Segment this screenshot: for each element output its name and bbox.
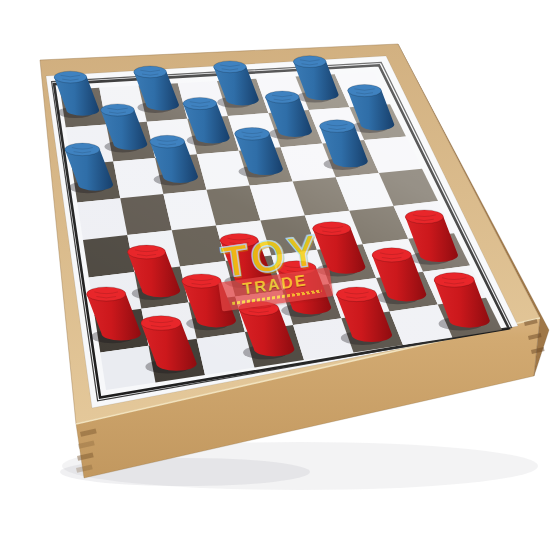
checkers-product-photo: TOY TRADE: [0, 0, 551, 551]
checkers-board-svg: [0, 0, 551, 551]
